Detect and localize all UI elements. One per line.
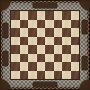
square-a7[interactable] (11, 20, 20, 29)
square-e7[interactable] (45, 20, 54, 29)
square-c1[interactable] (28, 71, 37, 80)
square-c5[interactable] (28, 37, 37, 46)
square-b6[interactable] (20, 28, 29, 37)
square-b2[interactable] (20, 62, 29, 71)
square-d6[interactable] (37, 28, 46, 37)
square-g5[interactable] (62, 37, 71, 46)
square-f6[interactable] (54, 28, 63, 37)
square-c7[interactable] (28, 20, 37, 29)
square-a5[interactable] (11, 37, 20, 46)
lozenge-inlay-left-lower (3, 51, 8, 66)
square-h1[interactable] (71, 71, 80, 80)
square-h4[interactable] (71, 45, 80, 54)
square-h5[interactable] (71, 37, 80, 46)
square-b4[interactable] (20, 45, 29, 54)
square-g2[interactable] (62, 62, 71, 71)
square-e5[interactable] (45, 37, 54, 46)
square-h2[interactable] (71, 62, 80, 71)
square-e6[interactable] (45, 28, 54, 37)
square-b3[interactable] (20, 54, 29, 63)
square-e4[interactable] (45, 45, 54, 54)
square-g4[interactable] (62, 45, 71, 54)
square-g8[interactable] (62, 11, 71, 20)
square-d8[interactable] (37, 11, 46, 20)
square-a3[interactable] (11, 54, 20, 63)
square-g7[interactable] (62, 20, 71, 29)
playing-field (11, 11, 79, 79)
square-f1[interactable] (54, 71, 63, 80)
square-e2[interactable] (45, 62, 54, 71)
square-h3[interactable] (71, 54, 80, 63)
square-a2[interactable] (11, 62, 20, 71)
square-c8[interactable] (28, 11, 37, 20)
square-f3[interactable] (54, 54, 63, 63)
square-f7[interactable] (54, 20, 63, 29)
square-a6[interactable] (11, 28, 20, 37)
square-d2[interactable] (37, 62, 46, 71)
square-f2[interactable] (54, 62, 63, 71)
square-d1[interactable] (37, 71, 46, 80)
square-e1[interactable] (45, 71, 54, 80)
square-e3[interactable] (45, 54, 54, 63)
square-c3[interactable] (28, 54, 37, 63)
square-c4[interactable] (28, 45, 37, 54)
square-d4[interactable] (37, 45, 46, 54)
square-a4[interactable] (11, 45, 20, 54)
lozenge-inlay-right-upper (82, 20, 87, 34)
square-f4[interactable] (54, 45, 63, 54)
square-f5[interactable] (54, 37, 63, 46)
screenshot (0, 0, 90, 90)
square-b5[interactable] (20, 37, 29, 46)
square-h7[interactable] (71, 20, 80, 29)
lozenge-inlay-left-upper (3, 23, 8, 38)
lozenge-inlay-right-lower (82, 56, 87, 70)
square-h6[interactable] (71, 28, 80, 37)
square-d5[interactable] (37, 37, 46, 46)
square-g1[interactable] (62, 71, 71, 80)
square-c2[interactable] (28, 62, 37, 71)
square-c6[interactable] (28, 28, 37, 37)
square-b1[interactable] (20, 71, 29, 80)
square-b7[interactable] (20, 20, 29, 29)
square-d3[interactable] (37, 54, 46, 63)
lozenge-inlay-bottom-center (33, 82, 57, 87)
square-a8[interactable] (11, 11, 20, 20)
square-g3[interactable] (62, 54, 71, 63)
square-a1[interactable] (11, 71, 20, 80)
square-f8[interactable] (54, 11, 63, 20)
lozenge-inlay-top-center (33, 3, 57, 8)
chess-board (0, 0, 90, 90)
square-d7[interactable] (37, 20, 46, 29)
square-e8[interactable] (45, 11, 54, 20)
square-h8[interactable] (71, 11, 80, 20)
square-b8[interactable] (20, 11, 29, 20)
square-g6[interactable] (62, 28, 71, 37)
